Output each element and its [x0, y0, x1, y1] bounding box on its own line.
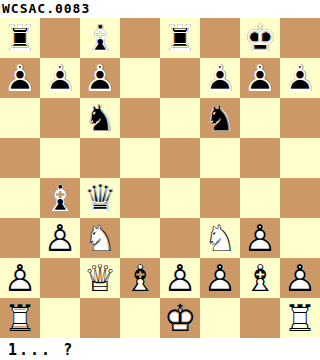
- square-d8[interactable]: [120, 18, 160, 58]
- square-f5[interactable]: [200, 138, 240, 178]
- square-e6[interactable]: [160, 98, 200, 138]
- square-h4[interactable]: [280, 178, 320, 218]
- square-d4[interactable]: [120, 178, 160, 218]
- white-queen-c2: ♛♕: [80, 258, 120, 298]
- black-pawn-g7: ♟♙: [240, 58, 280, 98]
- square-f3[interactable]: ♞♘: [200, 218, 240, 258]
- square-f8[interactable]: [200, 18, 240, 58]
- chess-board: ♜♖♝♗♜♖♚♔♟♙♟♙♟♙♟♙♟♙♟♙♞♘♞♘♝♗♛♕♟♙♞♘♞♘♟♙♟♙♛♕…: [0, 18, 320, 338]
- black-pawn-f7: ♟♙: [200, 58, 240, 98]
- square-g4[interactable]: [240, 178, 280, 218]
- square-g8[interactable]: ♚♔: [240, 18, 280, 58]
- square-a2[interactable]: ♟♙: [0, 258, 40, 298]
- black-bishop-c8: ♝♗: [80, 18, 120, 58]
- square-h8[interactable]: [280, 18, 320, 58]
- square-a1[interactable]: ♜♖: [0, 298, 40, 338]
- square-c5[interactable]: [80, 138, 120, 178]
- square-e5[interactable]: [160, 138, 200, 178]
- square-d1[interactable]: [120, 298, 160, 338]
- square-h5[interactable]: [280, 138, 320, 178]
- square-h7[interactable]: ♟♙: [280, 58, 320, 98]
- square-d7[interactable]: [120, 58, 160, 98]
- white-pawn-a2: ♟♙: [0, 258, 40, 298]
- square-a5[interactable]: [0, 138, 40, 178]
- square-g3[interactable]: ♟♙: [240, 218, 280, 258]
- white-rook-a1: ♜♖: [0, 298, 40, 338]
- white-pawn-b3: ♟♙: [40, 218, 80, 258]
- square-h6[interactable]: [280, 98, 320, 138]
- square-c2[interactable]: ♛♕: [80, 258, 120, 298]
- square-g7[interactable]: ♟♙: [240, 58, 280, 98]
- square-g1[interactable]: [240, 298, 280, 338]
- square-e8[interactable]: ♜♖: [160, 18, 200, 58]
- square-c6[interactable]: ♞♘: [80, 98, 120, 138]
- black-rook-a8: ♜♖: [0, 18, 40, 58]
- square-a7[interactable]: ♟♙: [0, 58, 40, 98]
- white-bishop-g2: ♝♗: [240, 258, 280, 298]
- puzzle-title: WCSAC.0083: [0, 0, 320, 18]
- square-f1[interactable]: [200, 298, 240, 338]
- white-pawn-g3: ♟♙: [240, 218, 280, 258]
- black-knight-f6: ♞♘: [200, 98, 240, 138]
- square-g5[interactable]: [240, 138, 280, 178]
- black-pawn-h7: ♟♙: [280, 58, 320, 98]
- square-a8[interactable]: ♜♖: [0, 18, 40, 58]
- square-b6[interactable]: [40, 98, 80, 138]
- square-b3[interactable]: ♟♙: [40, 218, 80, 258]
- black-rook-e8: ♜♖: [160, 18, 200, 58]
- white-king-e1: ♚♔: [160, 298, 200, 338]
- square-b4[interactable]: ♝♗: [40, 178, 80, 218]
- square-b2[interactable]: [40, 258, 80, 298]
- white-pawn-h2: ♟♙: [280, 258, 320, 298]
- square-c4[interactable]: ♛♕: [80, 178, 120, 218]
- white-bishop-d2: ♝♗: [120, 258, 160, 298]
- black-bishop-b4: ♝♗: [40, 178, 80, 218]
- square-f6[interactable]: ♞♘: [200, 98, 240, 138]
- square-d6[interactable]: [120, 98, 160, 138]
- square-e4[interactable]: [160, 178, 200, 218]
- white-pawn-f2: ♟♙: [200, 258, 240, 298]
- square-b8[interactable]: [40, 18, 80, 58]
- black-pawn-a7: ♟♙: [0, 58, 40, 98]
- square-b1[interactable]: [40, 298, 80, 338]
- square-c8[interactable]: ♝♗: [80, 18, 120, 58]
- black-king-g8: ♚♔: [240, 18, 280, 58]
- square-e1[interactable]: ♚♔: [160, 298, 200, 338]
- square-f7[interactable]: ♟♙: [200, 58, 240, 98]
- square-f4[interactable]: [200, 178, 240, 218]
- square-h1[interactable]: ♜♖: [280, 298, 320, 338]
- black-pawn-b7: ♟♙: [40, 58, 80, 98]
- square-h2[interactable]: ♟♙: [280, 258, 320, 298]
- white-knight-c3: ♞♘: [80, 218, 120, 258]
- square-d5[interactable]: [120, 138, 160, 178]
- square-h3[interactable]: [280, 218, 320, 258]
- square-b5[interactable]: [40, 138, 80, 178]
- black-queen-c4: ♛♕: [80, 178, 120, 218]
- square-d3[interactable]: [120, 218, 160, 258]
- square-f2[interactable]: ♟♙: [200, 258, 240, 298]
- square-e2[interactable]: ♟♙: [160, 258, 200, 298]
- square-g6[interactable]: [240, 98, 280, 138]
- square-a6[interactable]: [0, 98, 40, 138]
- chess-puzzle-window: WCSAC.0083 ♜♖♝♗♜♖♚♔♟♙♟♙♟♙♟♙♟♙♟♙♞♘♞♘♝♗♛♕♟…: [0, 0, 320, 360]
- square-b7[interactable]: ♟♙: [40, 58, 80, 98]
- square-c3[interactable]: ♞♘: [80, 218, 120, 258]
- square-e3[interactable]: [160, 218, 200, 258]
- square-a4[interactable]: [0, 178, 40, 218]
- white-rook-h1: ♜♖: [280, 298, 320, 338]
- black-pawn-c7: ♟♙: [80, 58, 120, 98]
- square-a3[interactable]: [0, 218, 40, 258]
- square-c7[interactable]: ♟♙: [80, 58, 120, 98]
- square-g2[interactable]: ♝♗: [240, 258, 280, 298]
- white-pawn-e2: ♟♙: [160, 258, 200, 298]
- square-d2[interactable]: ♝♗: [120, 258, 160, 298]
- move-prompt: 1... ?: [0, 338, 320, 360]
- square-c1[interactable]: [80, 298, 120, 338]
- black-knight-c6: ♞♘: [80, 98, 120, 138]
- white-knight-f3: ♞♘: [200, 218, 240, 258]
- square-e7[interactable]: [160, 58, 200, 98]
